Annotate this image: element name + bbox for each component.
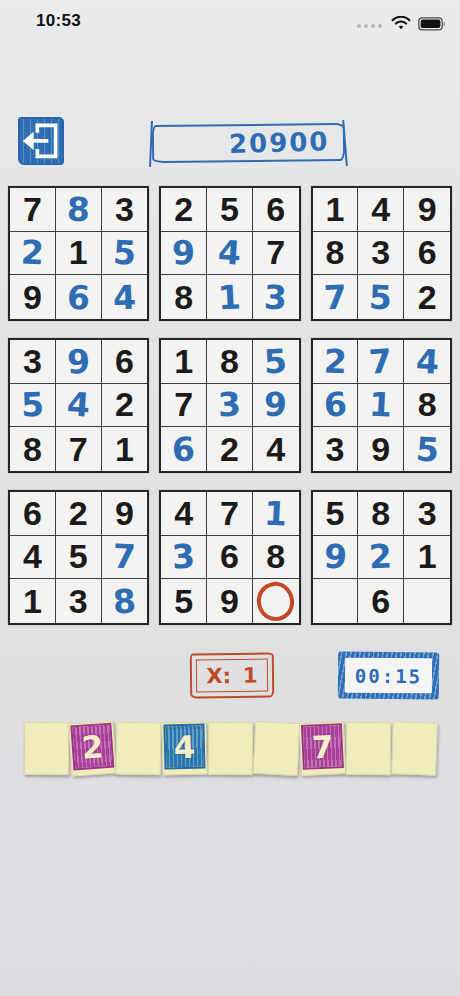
cell-r4c1[interactable]: 3 [10, 340, 56, 384]
block-3: 149836752 [311, 186, 452, 321]
cell-r1c6[interactable]: 6 [253, 188, 299, 232]
given-digit: 2 [69, 494, 88, 533]
cell-r3c4[interactable]: 8 [161, 275, 207, 319]
user-digit: 6 [322, 385, 348, 426]
cell-r9c1[interactable]: 1 [10, 579, 56, 623]
cell-r4c4[interactable]: 1 [161, 340, 207, 384]
cell-r4c5[interactable]: 8 [207, 340, 253, 384]
cell-r9c5[interactable]: 9 [207, 579, 253, 623]
given-digit: 7 [174, 385, 193, 424]
given-digit: 8 [418, 385, 437, 424]
cell-r2c7[interactable]: 8 [313, 232, 359, 276]
given-digit: 8 [326, 233, 345, 272]
given-digit: 7 [220, 494, 239, 533]
given-digit: 8 [371, 494, 390, 533]
cell-r1c7[interactable]: 1 [313, 188, 359, 232]
given-digit: 7 [266, 233, 285, 272]
cell-r2c2[interactable]: 1 [56, 232, 102, 276]
cell-r4c8[interactable]: 7 [358, 340, 404, 384]
given-digit: 9 [371, 430, 390, 469]
cell-r8c9[interactable]: 1 [404, 536, 450, 580]
user-digit: 5 [369, 277, 393, 317]
block-6: 274618395 [311, 338, 452, 473]
cell-r5c5[interactable]: 3 [207, 384, 253, 428]
given-digit: 6 [220, 537, 239, 576]
cell-r7c3[interactable]: 9 [102, 492, 148, 536]
cell-r5c9[interactable]: 8 [404, 384, 450, 428]
cell-r5c3[interactable]: 2 [102, 384, 148, 428]
given-digit: 6 [371, 582, 390, 621]
user-digit: 4 [65, 385, 91, 426]
cell-r3c3[interactable]: 4 [102, 275, 148, 319]
cell-r7c4[interactable]: 4 [161, 492, 207, 536]
user-digit: 2 [368, 537, 393, 577]
user-digit: 8 [66, 189, 90, 229]
selected-cell-ring [254, 579, 297, 624]
score-value: 20900 [228, 126, 329, 159]
cell-r3c2[interactable]: 6 [56, 275, 102, 319]
clock: 10:53 [36, 11, 81, 31]
given-digit: 4 [23, 537, 42, 576]
user-digit: 7 [368, 341, 394, 382]
user-digit: 5 [263, 341, 288, 381]
given-digit: 3 [326, 430, 345, 469]
mistakes-value: 1 [243, 663, 258, 687]
given-digit: 1 [418, 537, 437, 576]
given-digit: 3 [23, 342, 42, 381]
number-tile-tray: 247 [24, 722, 440, 775]
given-digit: 3 [418, 494, 437, 533]
user-digit: 2 [20, 233, 44, 273]
cell-r6c2[interactable]: 7 [56, 427, 102, 471]
mistakes-box: X: 1 [190, 652, 275, 698]
cell-r6c7[interactable]: 3 [313, 427, 359, 471]
cell-r5c2[interactable]: 4 [56, 384, 102, 428]
tile-hatch: 7 [301, 723, 344, 770]
cell-r9c4[interactable]: 5 [161, 579, 207, 623]
user-digit: 9 [66, 341, 90, 381]
cell-r2c5[interactable]: 4 [207, 232, 253, 276]
cell-r4c3[interactable]: 6 [102, 340, 148, 384]
given-digit: 8 [174, 278, 193, 317]
tray-tile-blank[interactable] [346, 722, 391, 775]
tray-tile-2[interactable]: 2 [68, 720, 117, 776]
cell-r6c4[interactable]: 6 [161, 427, 207, 471]
given-digit: 6 [266, 190, 285, 229]
cell-r9c8[interactable]: 6 [358, 579, 404, 623]
back-exit-button[interactable] [18, 117, 64, 165]
tray-tile-4[interactable]: 4 [161, 721, 207, 775]
given-digit: 1 [115, 430, 134, 469]
given-digit: 2 [418, 278, 437, 317]
given-digit: 7 [69, 430, 88, 469]
cell-r3c1[interactable]: 9 [10, 275, 56, 319]
tile-hatch: 2 [70, 723, 114, 771]
block-7: 629457138 [8, 490, 149, 625]
user-digit: 3 [217, 385, 242, 425]
given-digit: 4 [266, 430, 285, 469]
given-digit: 4 [371, 190, 390, 229]
cell-r4c6[interactable]: 5 [253, 340, 299, 384]
block-1: 783215964 [8, 186, 149, 321]
cell-r6c3[interactable]: 1 [102, 427, 148, 471]
cell-r8c1[interactable]: 4 [10, 536, 56, 580]
cell-r3c5[interactable]: 1 [207, 275, 253, 319]
cell-r8c3[interactable]: 7 [102, 536, 148, 580]
cell-r2c6[interactable]: 7 [253, 232, 299, 276]
given-digit: 5 [174, 582, 193, 621]
given-digit: 6 [23, 494, 42, 533]
given-digit: 2 [115, 385, 134, 424]
tray-tile-blank[interactable] [208, 722, 253, 775]
cell-r3c6[interactable]: 3 [253, 275, 299, 319]
battery-icon [418, 17, 446, 35]
given-digit: 6 [418, 233, 437, 272]
timer-value: 00:15 [345, 658, 432, 694]
tile-digit: 7 [311, 728, 334, 765]
cell-r9c6[interactable] [253, 579, 299, 623]
timer-box: 00:15 [338, 652, 439, 700]
cell-r5c6[interactable]: 9 [253, 384, 299, 428]
cell-r2c1[interactable]: 2 [10, 232, 56, 276]
cell-r3c8[interactable]: 5 [358, 275, 404, 319]
cell-r7c5[interactable]: 7 [207, 492, 253, 536]
cell-r1c3[interactable]: 3 [102, 188, 148, 232]
user-digit: 4 [217, 233, 243, 274]
user-digit: 3 [171, 537, 197, 578]
cell-r4c9[interactable]: 4 [404, 340, 450, 384]
cell-r1c5[interactable]: 5 [207, 188, 253, 232]
tray-tile-blank[interactable] [116, 722, 162, 776]
user-digit: 7 [323, 277, 348, 317]
block-8: 47136859 [159, 490, 300, 625]
wifi-icon [391, 16, 411, 35]
cell-r8c8[interactable]: 2 [358, 536, 404, 580]
user-digit: 4 [112, 277, 136, 317]
cell-r3c9[interactable]: 2 [404, 275, 450, 319]
cell-r2c3[interactable]: 5 [102, 232, 148, 276]
cellular-signal-icon [357, 24, 382, 28]
cell-r3c7[interactable]: 7 [313, 275, 359, 319]
cell-r7c8[interactable]: 8 [358, 492, 404, 536]
given-digit: 9 [115, 494, 134, 533]
given-digit: 8 [220, 342, 239, 381]
given-digit: 1 [69, 233, 88, 272]
given-digit: 1 [23, 582, 42, 621]
user-digit: 9 [322, 537, 348, 578]
cell-r7c2[interactable]: 2 [56, 492, 102, 536]
user-digit: 1 [368, 385, 393, 425]
cell-r9c9[interactable] [404, 579, 450, 623]
cell-r9c7[interactable] [313, 579, 359, 623]
user-digit: 8 [112, 581, 138, 622]
user-digit: 6 [171, 429, 196, 469]
given-digit: 3 [69, 582, 88, 621]
cell-r1c9[interactable]: 9 [404, 188, 450, 232]
cell-r7c6[interactable]: 1 [253, 492, 299, 536]
user-digit: 3 [264, 277, 288, 317]
cell-r5c8[interactable]: 1 [358, 384, 404, 428]
given-digit: 9 [23, 278, 42, 317]
block-5: 185739624 [159, 338, 300, 473]
cell-r1c8[interactable]: 4 [358, 188, 404, 232]
score-box: 20900 [152, 123, 345, 163]
cell-r8c4[interactable]: 3 [161, 536, 207, 580]
cell-r5c1[interactable]: 5 [10, 384, 56, 428]
cell-r1c4[interactable]: 2 [161, 188, 207, 232]
given-digit: 8 [23, 430, 42, 469]
user-digit: 5 [414, 429, 440, 470]
tray-tile-blank[interactable] [24, 722, 69, 775]
given-digit: 1 [326, 190, 345, 229]
given-digit: 8 [266, 537, 285, 576]
cell-r7c1[interactable]: 6 [10, 492, 56, 536]
cell-r5c7[interactable]: 6 [313, 384, 359, 428]
given-digit: 1 [174, 342, 193, 381]
mistakes-label: X: [206, 664, 231, 688]
cell-r8c5[interactable]: 6 [207, 536, 253, 580]
given-digit: 9 [418, 190, 437, 229]
user-digit: 6 [66, 277, 91, 317]
cell-r1c1[interactable]: 7 [10, 188, 56, 232]
cell-r2c8[interactable]: 3 [358, 232, 404, 276]
cell-r5c4[interactable]: 7 [161, 384, 207, 428]
given-digit: 6 [115, 342, 134, 381]
given-digit: 3 [115, 190, 134, 229]
given-digit: 3 [371, 233, 390, 272]
cell-r9c2[interactable]: 3 [56, 579, 102, 623]
cell-r4c2[interactable]: 9 [56, 340, 102, 384]
cell-r2c4[interactable]: 9 [161, 232, 207, 276]
sudoku-board: 7832159642569478131498367523965428711857… [8, 186, 452, 625]
cell-r1c2[interactable]: 8 [56, 188, 102, 232]
block-2: 256947813 [159, 186, 300, 321]
cell-r6c6[interactable]: 4 [253, 427, 299, 471]
tile-hatch: 4 [163, 723, 205, 769]
tray-tile-blank[interactable] [253, 721, 301, 776]
tile-digit: 2 [80, 728, 104, 765]
exit-door-arrow-icon [20, 119, 62, 163]
given-digit: 5 [69, 537, 88, 576]
cell-r6c9[interactable]: 5 [404, 427, 450, 471]
cell-r2c9[interactable]: 6 [404, 232, 450, 276]
cell-r7c7[interactable]: 5 [313, 492, 359, 536]
user-digit: 1 [263, 493, 288, 533]
tray-tile-7[interactable]: 7 [299, 721, 346, 776]
cell-r8c2[interactable]: 5 [56, 536, 102, 580]
block-9: 5839216 [311, 490, 452, 625]
cell-r9c3[interactable]: 8 [102, 579, 148, 623]
user-digit: 2 [323, 341, 347, 381]
cell-r6c1[interactable]: 8 [10, 427, 56, 471]
given-digit: 2 [220, 430, 239, 469]
user-digit: 4 [415, 341, 440, 381]
tile-digit: 4 [173, 728, 196, 765]
given-digit: 5 [220, 190, 239, 229]
user-digit: 5 [20, 385, 44, 425]
given-digit: 2 [174, 190, 193, 229]
cell-r8c7[interactable]: 9 [313, 536, 359, 580]
cell-r4c7[interactable]: 2 [313, 340, 359, 384]
given-digit: 9 [220, 582, 239, 621]
tray-tile-blank[interactable] [391, 721, 438, 776]
cell-r6c8[interactable]: 9 [358, 427, 404, 471]
user-digit: 5 [112, 233, 137, 273]
given-digit: 5 [326, 494, 345, 533]
user-digit: 7 [112, 537, 136, 577]
given-digit: 4 [174, 494, 193, 533]
user-digit: 9 [172, 233, 196, 273]
cell-r6c5[interactable]: 2 [207, 427, 253, 471]
block-4: 396542871 [8, 338, 149, 473]
user-digit: 1 [217, 277, 242, 317]
status-bar: 10:53 [0, 0, 460, 44]
cell-r8c6[interactable]: 8 [253, 536, 299, 580]
given-digit: 7 [23, 190, 42, 229]
user-digit: 9 [264, 385, 288, 425]
cell-r7c9[interactable]: 3 [404, 492, 450, 536]
